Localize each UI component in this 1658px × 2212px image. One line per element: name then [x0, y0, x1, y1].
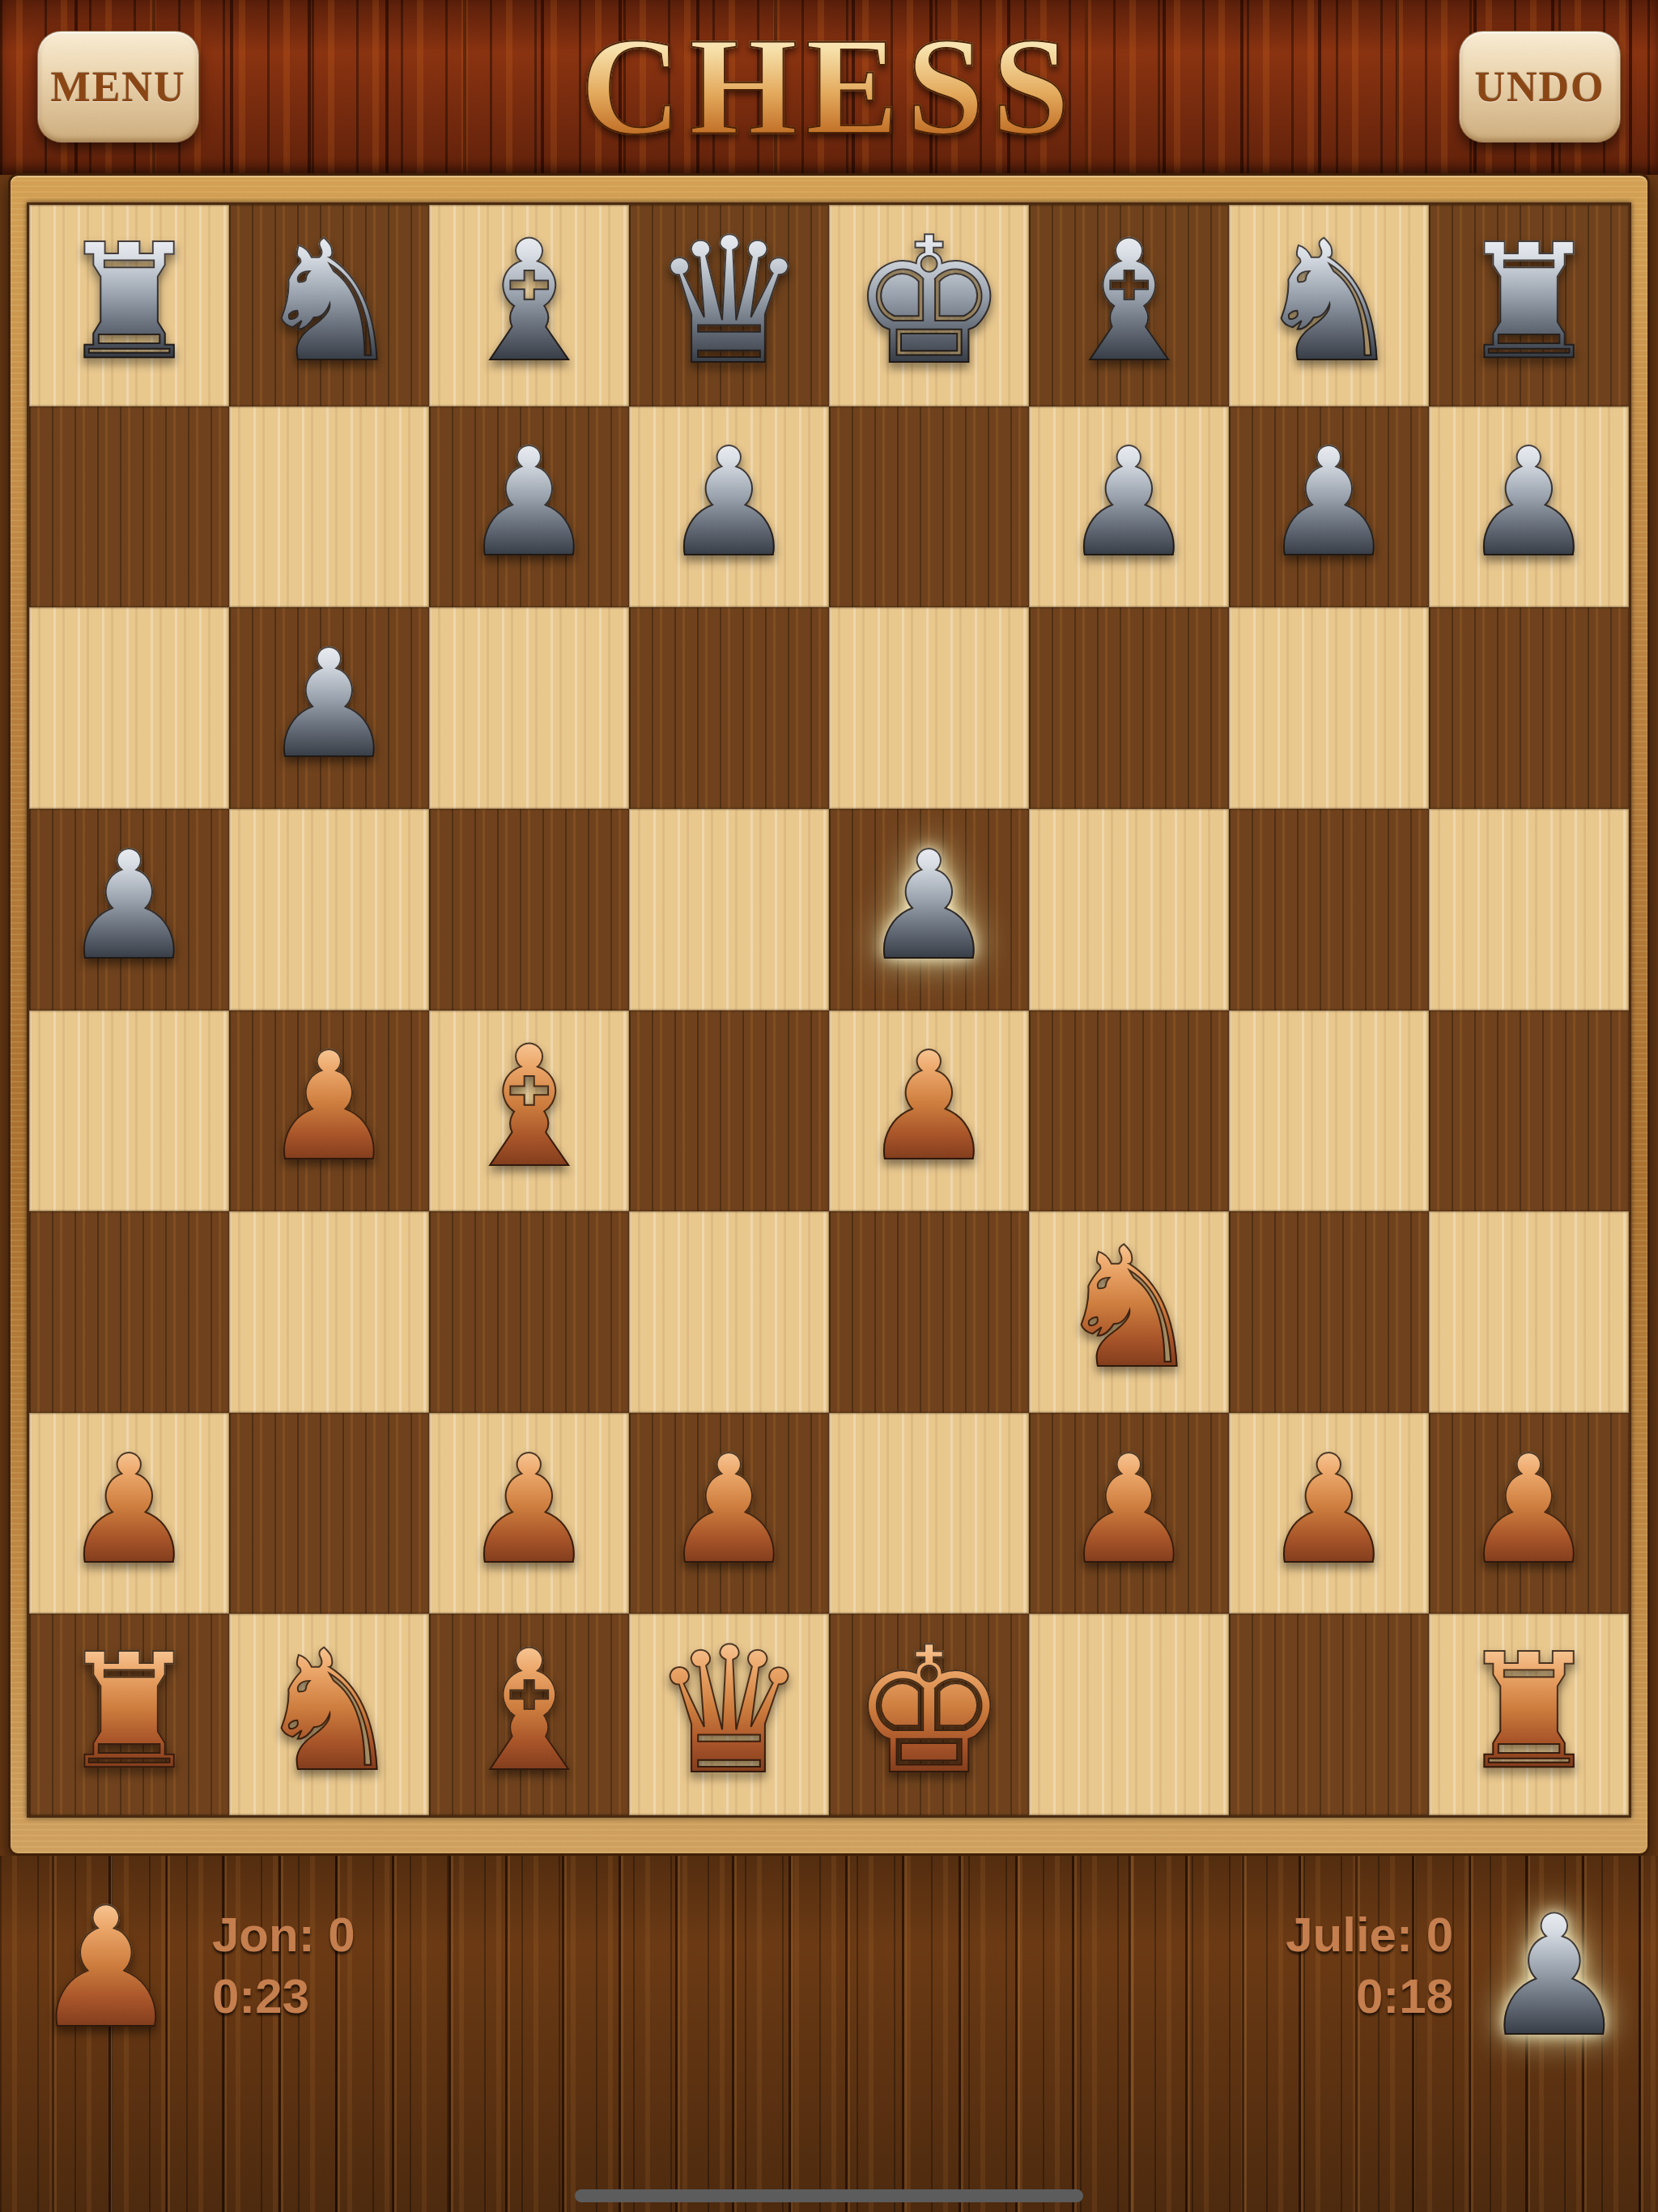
white-player-pawn-icon: ♟ [29, 1858, 183, 2085]
piece-white-p-d2[interactable]: ♟ [662, 1436, 797, 1585]
square-d7[interactable]: ♟ [629, 406, 829, 608]
piece-white-p-f2[interactable]: ♟ [1062, 1436, 1197, 1585]
square-a4[interactable] [29, 1010, 229, 1212]
square-d5[interactable] [629, 809, 829, 1010]
square-d6[interactable] [629, 607, 829, 809]
square-c5[interactable] [429, 809, 629, 1010]
piece-white-p-e4[interactable]: ♟ [862, 1032, 997, 1182]
chess-app-screen: MENU CHESS UNDO ♜♞♝♛♚♝♞♜♟♟♟♟♟♟♟♟♟♝♟♞♟♟♟♟… [0, 0, 1658, 2212]
square-a1[interactable]: ♜ [29, 1614, 229, 1815]
piece-black-n-g8[interactable]: ♞ [1254, 219, 1404, 385]
piece-white-k-e1[interactable]: ♚ [851, 1624, 1008, 1799]
piece-black-q-d8[interactable]: ♛ [651, 215, 808, 389]
piece-black-p-g7[interactable]: ♟ [1262, 428, 1397, 578]
square-h6[interactable] [1429, 607, 1629, 809]
app-title: CHESS [0, 5, 1658, 167]
piece-black-k-e8[interactable]: ♚ [851, 215, 1008, 389]
square-h2[interactable]: ♟ [1429, 1413, 1629, 1614]
piece-white-r-a1[interactable]: ♜ [58, 1632, 201, 1791]
black-player-clock: 0:18 [1286, 1966, 1453, 2027]
piece-white-p-g2[interactable]: ♟ [1262, 1436, 1397, 1585]
square-d1[interactable]: ♛ [629, 1614, 829, 1815]
board-frame: ♜♞♝♛♚♝♞♜♟♟♟♟♟♟♟♟♟♝♟♞♟♟♟♟♟♟♜♞♝♛♚♜ [8, 173, 1650, 1856]
square-b6[interactable]: ♟ [229, 607, 429, 809]
square-c2[interactable]: ♟ [429, 1413, 629, 1614]
square-b4[interactable]: ♟ [229, 1010, 429, 1212]
white-player-score: Jon: 0 [212, 1904, 355, 1966]
square-d3[interactable] [629, 1211, 829, 1413]
square-h3[interactable] [1429, 1211, 1629, 1413]
square-g2[interactable]: ♟ [1229, 1413, 1429, 1614]
square-c3[interactable] [429, 1211, 629, 1413]
square-f8[interactable]: ♝ [1029, 205, 1229, 406]
square-g3[interactable] [1229, 1211, 1429, 1413]
square-f1[interactable] [1029, 1614, 1229, 1815]
square-f3[interactable]: ♞ [1029, 1211, 1229, 1413]
square-c4[interactable]: ♝ [429, 1010, 629, 1212]
square-g7[interactable]: ♟ [1229, 406, 1429, 608]
piece-white-b-c1[interactable]: ♝ [454, 1628, 604, 1795]
home-indicator[interactable] [575, 2189, 1083, 2202]
white-player-info: Jon: 0 0:23 [212, 1904, 355, 2027]
piece-white-r-h1[interactable]: ♜ [1458, 1632, 1601, 1791]
piece-black-p-a5[interactable]: ♟ [62, 832, 197, 981]
square-a3[interactable] [29, 1211, 229, 1413]
square-f4[interactable] [1029, 1010, 1229, 1212]
square-b7[interactable] [229, 406, 429, 608]
square-f5[interactable] [1029, 809, 1229, 1010]
white-player-clock: 0:23 [212, 1966, 355, 2027]
square-g5[interactable] [1229, 809, 1429, 1010]
square-h8[interactable]: ♜ [1429, 205, 1629, 406]
piece-black-p-b6[interactable]: ♟ [262, 630, 397, 780]
square-e7[interactable] [829, 406, 1029, 608]
square-e6[interactable] [829, 607, 1029, 809]
piece-white-p-a2[interactable]: ♟ [62, 1436, 197, 1585]
square-c7[interactable]: ♟ [429, 406, 629, 608]
silver-pawn-icon: ♟ [1480, 1894, 1629, 2060]
square-b8[interactable]: ♞ [229, 205, 429, 406]
square-a8[interactable]: ♜ [29, 205, 229, 406]
square-d8[interactable]: ♛ [629, 205, 829, 406]
piece-black-p-h7[interactable]: ♟ [1462, 428, 1596, 578]
square-h5[interactable] [1429, 809, 1629, 1010]
square-b3[interactable] [229, 1211, 429, 1413]
square-g8[interactable]: ♞ [1229, 205, 1429, 406]
copper-pawn-icon: ♟ [32, 1886, 181, 2052]
square-d2[interactable]: ♟ [629, 1413, 829, 1614]
undo-button[interactable]: UNDO [1459, 31, 1621, 143]
piece-white-p-b4[interactable]: ♟ [262, 1032, 397, 1182]
square-b1[interactable]: ♞ [229, 1614, 429, 1815]
piece-black-p-f7[interactable]: ♟ [1062, 428, 1197, 578]
piece-white-n-b1[interactable]: ♞ [254, 1628, 404, 1795]
piece-white-b-c4[interactable]: ♝ [454, 1024, 604, 1191]
piece-black-r-h8[interactable]: ♜ [1458, 223, 1601, 381]
square-d4[interactable] [629, 1010, 829, 1212]
square-h7[interactable]: ♟ [1429, 406, 1629, 608]
square-e1[interactable]: ♚ [829, 1614, 1029, 1815]
board-inner-border: ♜♞♝♛♚♝♞♜♟♟♟♟♟♟♟♟♟♝♟♞♟♟♟♟♟♟♜♞♝♛♚♜ [27, 202, 1631, 1818]
square-e8[interactable]: ♚ [829, 205, 1029, 406]
piece-white-q-d1[interactable]: ♛ [651, 1624, 808, 1799]
square-b5[interactable] [229, 809, 429, 1010]
square-c1[interactable]: ♝ [429, 1614, 629, 1815]
square-a7[interactable] [29, 406, 229, 608]
square-f7[interactable]: ♟ [1029, 406, 1229, 608]
black-player-pawn-icon: ♟ [1473, 1858, 1635, 2101]
black-player-score: Julie: 0 [1286, 1904, 1453, 1966]
square-h1[interactable]: ♜ [1429, 1614, 1629, 1815]
square-f2[interactable]: ♟ [1029, 1413, 1229, 1614]
square-h4[interactable] [1429, 1010, 1629, 1212]
piece-white-n-f3[interactable]: ♞ [1054, 1225, 1204, 1392]
piece-white-p-h2[interactable]: ♟ [1462, 1436, 1596, 1585]
square-g1[interactable] [1229, 1614, 1429, 1815]
square-g6[interactable] [1229, 607, 1429, 809]
piece-white-p-c2[interactable]: ♟ [462, 1436, 597, 1585]
piece-black-b-c8[interactable]: ♝ [454, 219, 604, 385]
square-e5[interactable]: ♟ [829, 809, 1029, 1010]
chess-board[interactable]: ♜♞♝♛♚♝♞♜♟♟♟♟♟♟♟♟♟♝♟♞♟♟♟♟♟♟♜♞♝♛♚♜ [29, 205, 1629, 1815]
square-e2[interactable] [829, 1413, 1029, 1614]
black-player-info: Julie: 0 0:18 [1286, 1904, 1453, 2027]
square-b2[interactable] [229, 1413, 429, 1614]
piece-black-n-b8[interactable]: ♞ [254, 219, 404, 385]
square-a2[interactable]: ♟ [29, 1413, 229, 1614]
piece-black-p-e5[interactable]: ♟ [862, 832, 997, 981]
piece-black-r-a8[interactable]: ♜ [58, 223, 201, 381]
square-f6[interactable] [1029, 607, 1229, 809]
piece-black-p-c7[interactable]: ♟ [462, 428, 597, 578]
square-a5[interactable]: ♟ [29, 809, 229, 1010]
square-c8[interactable]: ♝ [429, 205, 629, 406]
square-e4[interactable]: ♟ [829, 1010, 1029, 1212]
square-g4[interactable] [1229, 1010, 1429, 1212]
piece-black-p-d7[interactable]: ♟ [662, 428, 797, 578]
square-a6[interactable] [29, 607, 229, 809]
square-c6[interactable] [429, 607, 629, 809]
square-e3[interactable] [829, 1211, 1029, 1413]
piece-black-b-f8[interactable]: ♝ [1054, 219, 1204, 385]
